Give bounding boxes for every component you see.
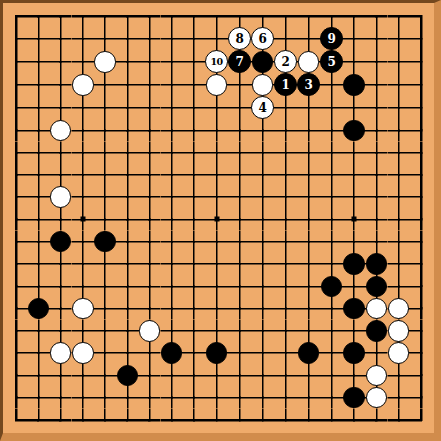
board-intersection[interactable] — [49, 275, 71, 297]
board-intersection[interactable] — [72, 208, 94, 230]
board-intersection[interactable] — [27, 5, 49, 27]
board-intersection[interactable] — [251, 253, 274, 275]
board-intersection[interactable] — [27, 231, 49, 253]
board-intersection[interactable] — [27, 186, 49, 208]
board-intersection[interactable] — [183, 142, 205, 164]
board-intersection[interactable] — [205, 186, 228, 208]
board-intersection[interactable] — [5, 342, 27, 364]
board-intersection[interactable] — [228, 142, 251, 164]
board-intersection[interactable] — [27, 297, 49, 319]
board-intersection[interactable] — [320, 409, 343, 431]
board-intersection[interactable] — [138, 342, 160, 364]
board-intersection[interactable] — [251, 386, 274, 408]
board-intersection[interactable] — [72, 50, 94, 73]
board-intersection[interactable]: 9 — [320, 27, 343, 50]
board-intersection[interactable] — [161, 364, 183, 386]
board-intersection[interactable] — [5, 50, 27, 73]
board-intersection[interactable] — [365, 275, 387, 297]
board-intersection[interactable] — [27, 27, 49, 50]
board-intersection[interactable] — [365, 5, 387, 27]
board-intersection[interactable] — [27, 119, 49, 141]
board-intersection[interactable] — [297, 27, 320, 50]
board-intersection[interactable] — [365, 409, 387, 431]
board-intersection[interactable] — [138, 5, 160, 27]
board-intersection[interactable] — [410, 386, 432, 408]
board-intersection[interactable] — [274, 342, 297, 364]
board-intersection[interactable] — [251, 164, 274, 186]
board-intersection[interactable] — [183, 50, 205, 73]
board-intersection[interactable] — [116, 142, 138, 164]
board-intersection[interactable] — [388, 50, 410, 73]
board-intersection[interactable] — [274, 208, 297, 230]
board-intersection[interactable] — [205, 96, 228, 119]
board-intersection[interactable] — [49, 342, 71, 364]
board-intersection[interactable] — [365, 73, 387, 96]
board-intersection[interactable] — [5, 5, 27, 27]
board-intersection[interactable] — [116, 275, 138, 297]
board-intersection[interactable] — [5, 297, 27, 319]
board-intersection[interactable] — [297, 5, 320, 27]
board-intersection[interactable] — [410, 297, 432, 319]
board-intersection[interactable] — [49, 73, 71, 96]
board-intersection[interactable] — [72, 142, 94, 164]
board-intersection[interactable] — [343, 253, 365, 275]
board-intersection[interactable] — [343, 386, 365, 408]
board-intersection[interactable] — [320, 253, 343, 275]
board-intersection[interactable] — [138, 119, 160, 141]
board-intersection[interactable] — [138, 73, 160, 96]
board-intersection[interactable] — [94, 164, 116, 186]
board-intersection[interactable] — [94, 386, 116, 408]
board-intersection[interactable] — [343, 364, 365, 386]
board-intersection[interactable] — [116, 119, 138, 141]
board-intersection[interactable] — [49, 364, 71, 386]
board-intersection[interactable] — [94, 186, 116, 208]
board-intersection[interactable] — [251, 50, 274, 73]
board-intersection[interactable] — [138, 253, 160, 275]
board-intersection[interactable] — [205, 208, 228, 230]
board-intersection[interactable] — [228, 164, 251, 186]
board-intersection[interactable] — [388, 73, 410, 96]
board-intersection[interactable] — [410, 409, 432, 431]
board-intersection[interactable] — [228, 253, 251, 275]
board-intersection[interactable] — [72, 386, 94, 408]
board-intersection[interactable] — [365, 186, 387, 208]
board-intersection[interactable] — [365, 386, 387, 408]
board-intersection[interactable] — [161, 231, 183, 253]
board-intersection[interactable] — [251, 409, 274, 431]
board-intersection[interactable] — [5, 231, 27, 253]
board-intersection[interactable] — [343, 231, 365, 253]
board-intersection[interactable] — [410, 253, 432, 275]
board-intersection[interactable] — [388, 186, 410, 208]
board-intersection[interactable] — [94, 119, 116, 141]
board-intersection[interactable] — [274, 297, 297, 319]
board-intersection[interactable] — [297, 119, 320, 141]
board-intersection[interactable] — [388, 119, 410, 141]
board-intersection[interactable] — [297, 164, 320, 186]
board-intersection[interactable] — [5, 27, 27, 50]
board-intersection[interactable] — [5, 164, 27, 186]
board-intersection[interactable] — [410, 73, 432, 96]
board-intersection[interactable] — [320, 386, 343, 408]
board-intersection[interactable] — [183, 386, 205, 408]
board-intersection[interactable] — [251, 231, 274, 253]
board-intersection[interactable] — [343, 186, 365, 208]
board-intersection[interactable] — [388, 5, 410, 27]
board-intersection[interactable] — [94, 320, 116, 342]
board-intersection[interactable] — [138, 320, 160, 342]
board-intersection[interactable] — [116, 320, 138, 342]
board-intersection[interactable] — [365, 342, 387, 364]
board-intersection[interactable] — [365, 253, 387, 275]
board-intersection[interactable] — [116, 386, 138, 408]
board-intersection[interactable] — [161, 142, 183, 164]
board-intersection[interactable] — [297, 409, 320, 431]
board-intersection[interactable] — [251, 73, 274, 96]
board-intersection[interactable] — [228, 386, 251, 408]
board-intersection[interactable] — [343, 27, 365, 50]
board-intersection[interactable] — [297, 50, 320, 73]
board-intersection[interactable] — [410, 96, 432, 119]
board-intersection[interactable] — [365, 50, 387, 73]
board-intersection[interactable] — [365, 208, 387, 230]
board-intersection[interactable] — [228, 119, 251, 141]
board-intersection[interactable] — [49, 386, 71, 408]
board-intersection[interactable] — [116, 96, 138, 119]
board-intersection[interactable] — [138, 142, 160, 164]
board-intersection[interactable] — [27, 320, 49, 342]
board-intersection[interactable] — [183, 409, 205, 431]
board-intersection[interactable] — [343, 297, 365, 319]
board-intersection[interactable] — [251, 297, 274, 319]
board-intersection[interactable] — [27, 386, 49, 408]
board-intersection[interactable] — [183, 186, 205, 208]
board-intersection[interactable] — [205, 275, 228, 297]
board-intersection[interactable] — [410, 231, 432, 253]
board-intersection[interactable] — [205, 386, 228, 408]
board-intersection[interactable] — [274, 186, 297, 208]
board-intersection[interactable] — [251, 5, 274, 27]
board-intersection[interactable] — [205, 364, 228, 386]
board-intersection[interactable] — [183, 164, 205, 186]
board-intersection[interactable] — [161, 275, 183, 297]
board-intersection[interactable] — [365, 231, 387, 253]
board-intersection[interactable] — [343, 119, 365, 141]
board-intersection[interactable] — [274, 5, 297, 27]
board-intersection[interactable] — [161, 50, 183, 73]
board-intersection[interactable] — [72, 186, 94, 208]
board-intersection[interactable] — [274, 320, 297, 342]
board-intersection[interactable] — [320, 119, 343, 141]
board-intersection[interactable] — [297, 320, 320, 342]
board-intersection[interactable] — [410, 142, 432, 164]
board-intersection[interactable] — [205, 27, 228, 50]
board-intersection[interactable] — [49, 164, 71, 186]
board-intersection[interactable] — [5, 409, 27, 431]
board-intersection[interactable] — [138, 409, 160, 431]
board-intersection[interactable] — [320, 297, 343, 319]
board-intersection[interactable] — [205, 119, 228, 141]
board-intersection[interactable] — [410, 119, 432, 141]
board-intersection[interactable] — [274, 364, 297, 386]
board-intersection[interactable] — [297, 231, 320, 253]
board-intersection[interactable] — [27, 275, 49, 297]
board-intersection[interactable] — [297, 275, 320, 297]
board-intersection[interactable] — [161, 409, 183, 431]
board-intersection[interactable] — [410, 208, 432, 230]
board-intersection[interactable] — [388, 96, 410, 119]
board-intersection[interactable] — [138, 231, 160, 253]
board-intersection[interactable] — [72, 409, 94, 431]
board-intersection[interactable] — [138, 164, 160, 186]
board-intersection[interactable] — [5, 275, 27, 297]
board-intersection[interactable]: 2 — [274, 50, 297, 73]
board-intersection[interactable] — [410, 320, 432, 342]
board-intersection[interactable] — [5, 208, 27, 230]
board-intersection[interactable] — [116, 27, 138, 50]
board-intersection[interactable] — [72, 5, 94, 27]
board-intersection[interactable] — [116, 186, 138, 208]
board-intersection[interactable] — [410, 164, 432, 186]
board-intersection[interactable] — [365, 119, 387, 141]
board-intersection[interactable] — [49, 231, 71, 253]
board-intersection[interactable] — [183, 96, 205, 119]
board-intersection[interactable] — [161, 164, 183, 186]
board-intersection[interactable] — [297, 253, 320, 275]
board-intersection[interactable] — [49, 320, 71, 342]
board-intersection[interactable] — [72, 253, 94, 275]
board-intersection[interactable] — [297, 342, 320, 364]
board-intersection[interactable] — [116, 50, 138, 73]
board-intersection[interactable] — [5, 386, 27, 408]
board-intersection[interactable] — [228, 186, 251, 208]
board-intersection[interactable] — [27, 164, 49, 186]
board-intersection[interactable] — [320, 342, 343, 364]
board-intersection[interactable] — [161, 208, 183, 230]
board-intersection[interactable] — [49, 208, 71, 230]
board-intersection[interactable] — [116, 409, 138, 431]
board-intersection[interactable] — [343, 342, 365, 364]
board-intersection[interactable] — [49, 27, 71, 50]
board-intersection[interactable] — [274, 164, 297, 186]
board-intersection[interactable] — [116, 208, 138, 230]
board-intersection[interactable] — [5, 96, 27, 119]
board-intersection[interactable] — [138, 186, 160, 208]
board-intersection[interactable] — [161, 119, 183, 141]
board-intersection[interactable] — [388, 364, 410, 386]
board-intersection[interactable] — [27, 208, 49, 230]
board-intersection[interactable] — [183, 364, 205, 386]
board-intersection[interactable] — [94, 27, 116, 50]
board-intersection[interactable] — [251, 342, 274, 364]
board-intersection[interactable] — [161, 27, 183, 50]
board-intersection[interactable] — [343, 96, 365, 119]
board-intersection[interactable] — [388, 320, 410, 342]
board-intersection[interactable] — [27, 142, 49, 164]
board-intersection[interactable] — [228, 342, 251, 364]
board-intersection[interactable] — [116, 364, 138, 386]
board-intersection[interactable] — [410, 342, 432, 364]
board-intersection[interactable] — [251, 275, 274, 297]
board-intersection[interactable] — [388, 164, 410, 186]
board-intersection[interactable] — [49, 119, 71, 141]
board-intersection[interactable] — [251, 320, 274, 342]
board-intersection[interactable] — [49, 186, 71, 208]
board-intersection[interactable] — [116, 5, 138, 27]
board-intersection[interactable] — [251, 364, 274, 386]
board-intersection[interactable] — [72, 320, 94, 342]
board-intersection[interactable] — [274, 275, 297, 297]
board-intersection[interactable]: 10 — [205, 50, 228, 73]
board-intersection[interactable] — [343, 73, 365, 96]
board-intersection[interactable] — [365, 320, 387, 342]
board-intersection[interactable] — [388, 231, 410, 253]
board-intersection[interactable] — [343, 50, 365, 73]
board-intersection[interactable] — [138, 386, 160, 408]
board-intersection[interactable] — [388, 342, 410, 364]
board-intersection[interactable] — [116, 231, 138, 253]
board-intersection[interactable] — [72, 297, 94, 319]
board-intersection[interactable] — [228, 275, 251, 297]
board-intersection[interactable] — [183, 342, 205, 364]
board-intersection[interactable]: 7 — [228, 50, 251, 73]
board-intersection[interactable]: 4 — [251, 96, 274, 119]
board-intersection[interactable] — [183, 208, 205, 230]
board-intersection[interactable] — [297, 386, 320, 408]
board-intersection[interactable] — [183, 5, 205, 27]
board-intersection[interactable] — [343, 275, 365, 297]
board-intersection[interactable] — [251, 186, 274, 208]
board-intersection[interactable] — [138, 50, 160, 73]
board-intersection[interactable] — [94, 208, 116, 230]
board-intersection[interactable] — [72, 73, 94, 96]
board-intersection[interactable] — [94, 364, 116, 386]
board-intersection[interactable] — [228, 73, 251, 96]
board-intersection[interactable] — [49, 5, 71, 27]
board-intersection[interactable] — [183, 27, 205, 50]
board-intersection[interactable] — [161, 342, 183, 364]
board-intersection[interactable]: 5 — [320, 50, 343, 73]
board-intersection[interactable] — [274, 231, 297, 253]
board-intersection[interactable] — [116, 164, 138, 186]
board-intersection[interactable] — [5, 320, 27, 342]
board-intersection[interactable] — [205, 342, 228, 364]
board-intersection[interactable] — [228, 231, 251, 253]
board-intersection[interactable] — [5, 142, 27, 164]
board-intersection[interactable] — [27, 253, 49, 275]
board-intersection[interactable] — [183, 253, 205, 275]
board-intersection[interactable] — [205, 164, 228, 186]
board-intersection[interactable] — [205, 73, 228, 96]
board-intersection[interactable] — [228, 297, 251, 319]
board-intersection[interactable] — [161, 186, 183, 208]
board-intersection[interactable] — [228, 5, 251, 27]
board-intersection[interactable] — [365, 164, 387, 186]
board-intersection[interactable] — [274, 96, 297, 119]
board-intersection[interactable] — [94, 342, 116, 364]
board-intersection[interactable] — [228, 320, 251, 342]
board-intersection[interactable] — [94, 50, 116, 73]
board-intersection[interactable] — [388, 409, 410, 431]
board-intersection[interactable]: 8 — [228, 27, 251, 50]
board-intersection[interactable] — [274, 253, 297, 275]
board-intersection[interactable] — [320, 164, 343, 186]
board-intersection[interactable] — [72, 231, 94, 253]
board-intersection[interactable] — [27, 96, 49, 119]
board-intersection[interactable] — [410, 186, 432, 208]
board-intersection[interactable] — [72, 27, 94, 50]
board-intersection[interactable] — [205, 231, 228, 253]
board-intersection[interactable] — [94, 275, 116, 297]
board-intersection[interactable] — [72, 364, 94, 386]
board-intersection[interactable] — [274, 409, 297, 431]
board-intersection[interactable] — [49, 96, 71, 119]
board-intersection[interactable] — [94, 142, 116, 164]
board-intersection[interactable] — [27, 364, 49, 386]
board-intersection[interactable] — [297, 96, 320, 119]
board-intersection[interactable] — [274, 386, 297, 408]
board-intersection[interactable] — [72, 342, 94, 364]
board-intersection[interactable] — [343, 409, 365, 431]
board-intersection[interactable] — [251, 208, 274, 230]
board-intersection[interactable] — [320, 320, 343, 342]
board-intersection[interactable] — [228, 364, 251, 386]
board-intersection[interactable] — [388, 208, 410, 230]
board-intersection[interactable] — [205, 5, 228, 27]
board-intersection[interactable] — [388, 142, 410, 164]
board-intersection[interactable] — [320, 186, 343, 208]
board-intersection[interactable]: 3 — [297, 73, 320, 96]
board-intersection[interactable] — [138, 208, 160, 230]
board-intersection[interactable] — [343, 164, 365, 186]
board-intersection[interactable] — [161, 73, 183, 96]
board-intersection[interactable] — [5, 253, 27, 275]
board-intersection[interactable] — [343, 320, 365, 342]
board-intersection[interactable] — [205, 142, 228, 164]
board-intersection[interactable] — [205, 320, 228, 342]
board-intersection[interactable] — [410, 364, 432, 386]
board-intersection[interactable] — [161, 5, 183, 27]
board-intersection[interactable] — [5, 364, 27, 386]
board-intersection[interactable] — [274, 27, 297, 50]
board-intersection[interactable] — [320, 5, 343, 27]
board-intersection[interactable] — [49, 253, 71, 275]
board-intersection[interactable] — [320, 142, 343, 164]
board-intersection[interactable] — [297, 186, 320, 208]
board-intersection[interactable] — [94, 5, 116, 27]
board-intersection[interactable] — [72, 275, 94, 297]
board-intersection[interactable] — [49, 409, 71, 431]
board-intersection[interactable] — [27, 342, 49, 364]
board-intersection[interactable] — [5, 73, 27, 96]
board-intersection[interactable] — [297, 364, 320, 386]
board-intersection[interactable] — [320, 364, 343, 386]
board-intersection[interactable] — [94, 73, 116, 96]
board-intersection[interactable] — [138, 96, 160, 119]
board-intersection[interactable] — [343, 142, 365, 164]
board-intersection[interactable] — [94, 96, 116, 119]
board-intersection[interactable] — [205, 253, 228, 275]
board-intersection[interactable] — [161, 96, 183, 119]
board-intersection[interactable] — [228, 409, 251, 431]
board-intersection[interactable] — [72, 164, 94, 186]
board-intersection[interactable] — [138, 297, 160, 319]
board-intersection[interactable] — [297, 297, 320, 319]
board-intersection[interactable] — [116, 342, 138, 364]
board-intersection[interactable] — [5, 186, 27, 208]
board-intersection[interactable] — [297, 142, 320, 164]
